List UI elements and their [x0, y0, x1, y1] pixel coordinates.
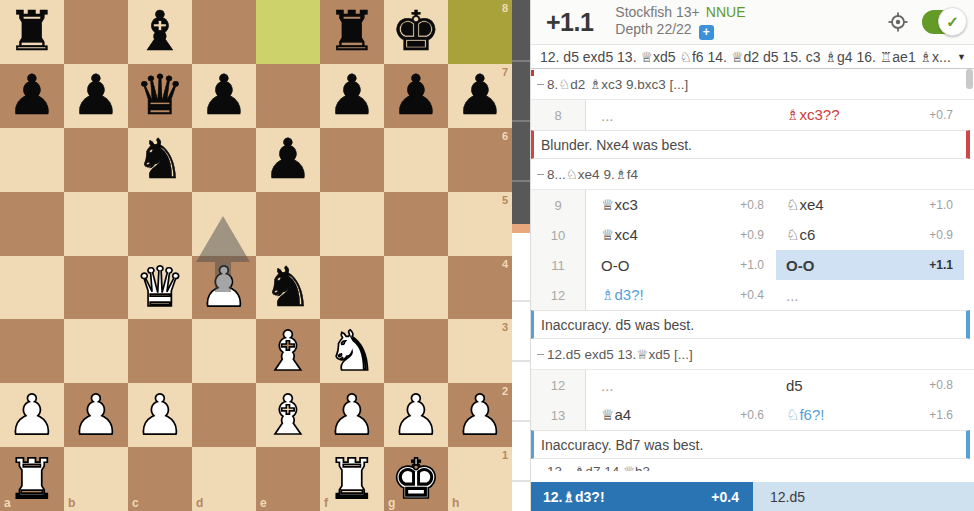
file-label-h: h — [452, 496, 459, 510]
move-row-8: 8 ... ♗xc3?? +0.7 — [531, 100, 974, 130]
add-depth-button[interactable]: + — [699, 25, 714, 40]
rank-label-1: 1 — [502, 449, 508, 461]
pv-moves[interactable]: 12. d5 exd5 13. ♕xd5 ♘f6 14. ♕d2 d5 15. … — [540, 49, 953, 65]
white-move-cell[interactable]: ♕xc3 +0.8 — [586, 190, 776, 220]
blunder-comment: Blunder. Nxe4 was best. — [531, 130, 970, 159]
move-row-12b: 12 ... d5 +0.8 — [531, 370, 974, 400]
white-move-cell[interactable]: ... — [586, 370, 776, 400]
square-d7[interactable]: ♟ — [192, 64, 256, 128]
black-knight[interactable]: ♞ — [135, 132, 184, 187]
white-king[interactable]: ♚ — [391, 452, 440, 507]
square-b4[interactable] — [64, 256, 128, 320]
move-number: 10 — [531, 220, 586, 250]
square-b5[interactable] — [64, 192, 128, 256]
black-pawn[interactable]: ♟ — [71, 68, 120, 123]
rank-label-8: 8 — [502, 2, 508, 14]
square-b7[interactable]: ♟ — [64, 64, 128, 128]
white-move-cell[interactable]: ♕xc4 +0.9 — [586, 220, 776, 250]
white-bishop[interactable]: ♝ — [263, 324, 312, 379]
analysis-panel: +1.1 Stockfish 13+NNUE Depth 22/22+ — [530, 0, 974, 511]
square-d1[interactable]: d — [192, 447, 256, 511]
white-move-cell[interactable]: ♕a4 +0.6 — [586, 400, 776, 430]
square-h3[interactable]: 3 — [448, 319, 512, 383]
engine-pv-line[interactable]: 12. d5 exd5 13. ♕xd5 ♘f6 14. ♕d2 d5 15. … — [531, 45, 974, 69]
black-move-cell-current[interactable]: O-O +1.1 — [776, 250, 964, 280]
black-pawn[interactable]: ♟ — [263, 132, 312, 187]
square-a6[interactable] — [0, 128, 64, 192]
scrollbar-thumb[interactable] — [966, 69, 973, 89]
square-h5[interactable]: 5 — [448, 192, 512, 256]
square-c1[interactable]: c — [128, 447, 192, 511]
square-e1[interactable]: e — [256, 447, 320, 511]
square-f8[interactable]: ♜ — [320, 0, 384, 64]
square-d6[interactable] — [192, 128, 256, 192]
square-g5[interactable] — [384, 192, 448, 256]
file-label-e: e — [260, 496, 267, 510]
move-number: 8 — [531, 100, 586, 130]
move-comparison-bar: 12.♗d3?! +0.4 12.d5 — [531, 482, 974, 511]
pv-expand-icon[interactable]: ▼ — [957, 52, 966, 62]
best-move-button[interactable]: 12.d5 — [753, 482, 974, 511]
move-number: 12 — [531, 280, 586, 310]
black-queen[interactable]: ♛ — [135, 68, 184, 123]
square-a7[interactable]: ♟ — [0, 64, 64, 128]
square-d8[interactable] — [192, 0, 256, 64]
white-pawn[interactable]: ♟ — [71, 388, 120, 443]
move-row-10: 10 ♕xc4 +0.9 ♘c6 +0.9 — [531, 220, 974, 250]
black-move-cell[interactable]: d5 +0.8 — [776, 370, 964, 400]
move-row-9: 9 ♕xc3 +0.8 ♘xe4 +1.0 — [531, 190, 974, 220]
square-d3[interactable] — [192, 319, 256, 383]
white-move-cell[interactable]: ... — [586, 100, 776, 130]
move-number: 12 — [531, 370, 586, 400]
white-pawn[interactable]: ♟ — [327, 388, 376, 443]
black-pawn[interactable]: ♟ — [7, 68, 56, 123]
move-list: 8.♘d2 ♗xc3 9.bxc3 [...] 8 ... ♗xc3?? +0.… — [531, 69, 974, 482]
square-c7[interactable]: ♛ — [128, 64, 192, 128]
square-d4[interactable]: ♟ — [192, 256, 256, 320]
file-label-b: b — [68, 496, 75, 510]
black-move-cell[interactable]: ... — [776, 280, 964, 310]
square-h4[interactable]: 4 — [448, 256, 512, 320]
square-f4[interactable] — [320, 256, 384, 320]
black-bishop[interactable]: ♝ — [135, 4, 184, 59]
move-number: 9 — [531, 190, 586, 220]
square-c8[interactable]: ♝ — [128, 0, 192, 64]
white-pawn[interactable]: ♟ — [391, 388, 440, 443]
white-pawn[interactable]: ♟ — [7, 388, 56, 443]
square-d2[interactable] — [192, 383, 256, 447]
white-queen[interactable]: ♛ — [135, 260, 184, 315]
square-c4[interactable]: ♛ — [128, 256, 192, 320]
rank-label-4: 4 — [502, 258, 508, 270]
square-f2[interactable]: ♟ — [320, 383, 384, 447]
square-e6[interactable]: ♟ — [256, 128, 320, 192]
black-move-cell[interactable]: ♘c6 +0.9 — [776, 220, 964, 250]
eval-gauge-zero-tick — [512, 224, 530, 233]
engine-toggle[interactable]: ✓ — [922, 10, 964, 34]
engine-depth: Depth 22/22 — [615, 21, 691, 37]
square-e5[interactable] — [256, 192, 320, 256]
move-number: 13 — [531, 400, 586, 430]
black-pawn[interactable]: ♟ — [199, 68, 248, 123]
square-e4[interactable]: ♞ — [256, 256, 320, 320]
square-h6[interactable]: 6 — [448, 128, 512, 192]
square-g8[interactable]: ♚ — [384, 0, 448, 64]
square-a5[interactable] — [0, 192, 64, 256]
black-move-cell[interactable]: ♘xe4 +1.0 — [776, 190, 964, 220]
square-c5[interactable] — [128, 192, 192, 256]
engine-eval: +1.1 — [546, 8, 593, 37]
black-pawn[interactable]: ♟ — [391, 68, 440, 123]
square-g4[interactable] — [384, 256, 448, 320]
move-row-11: 11 O-O +1.0 O-O +1.1 — [531, 250, 974, 280]
white-bishop[interactable]: ♝ — [263, 388, 312, 443]
square-f5[interactable] — [320, 192, 384, 256]
rank-label-3: 3 — [502, 321, 508, 333]
square-b1[interactable]: b — [64, 447, 128, 511]
file-label-c: c — [132, 496, 139, 510]
square-e2[interactable]: ♝ — [256, 383, 320, 447]
white-pawn[interactable]: ♟ — [135, 388, 184, 443]
square-h1[interactable]: 1h — [448, 447, 512, 511]
black-knight[interactable]: ♞ — [263, 260, 312, 315]
square-g6[interactable] — [384, 128, 448, 192]
white-rook[interactable]: ♜ — [7, 452, 56, 507]
square-f1[interactable]: ♜f — [320, 447, 384, 511]
white-move-cell[interactable]: O-O +1.0 — [586, 250, 776, 280]
black-pawn[interactable]: ♟ — [327, 68, 376, 123]
played-move-button[interactable]: 12.♗d3?! +0.4 — [531, 482, 753, 511]
white-pawn[interactable]: ♟ — [199, 260, 248, 315]
square-g3[interactable] — [384, 319, 448, 383]
square-b6[interactable] — [64, 128, 128, 192]
variation-line[interactable]: 12.d5 exd5 13.♕xd5 [...] — [531, 339, 974, 370]
square-a4[interactable] — [0, 256, 64, 320]
chess-board: ♜♝♜♚8♟♟♛♟♟♟♟7♞♟65♛♟♞4♝♞3♟♟♟♝♟♟♟2♜abcde♜f… — [0, 0, 512, 511]
square-h8[interactable]: 8 — [448, 0, 512, 64]
square-c6[interactable]: ♞ — [128, 128, 192, 192]
white-knight[interactable]: ♞ — [327, 324, 376, 379]
square-b2[interactable]: ♟ — [64, 383, 128, 447]
square-g2[interactable]: ♟ — [384, 383, 448, 447]
inaccuracy-comment: Inaccuracy. d5 was best. — [531, 310, 970, 339]
square-h7[interactable]: ♟7 — [448, 64, 512, 128]
move-row-12: 12 ♗d3?! +0.4 ... — [531, 280, 974, 310]
file-label-d: d — [196, 496, 203, 510]
square-g1[interactable]: ♚g — [384, 447, 448, 511]
white-pawn[interactable]: ♟ — [455, 388, 504, 443]
black-pawn[interactable]: ♟ — [455, 68, 504, 123]
square-d5[interactable] — [192, 192, 256, 256]
move-row-13: 13 ♕a4 +0.6 ♘f6?! +1.6 — [531, 400, 974, 430]
eval-gauge — [512, 0, 530, 511]
square-f7[interactable]: ♟ — [320, 64, 384, 128]
practice-target-icon[interactable] — [888, 12, 908, 32]
white-move-cell[interactable]: ♗d3?! +0.4 — [586, 280, 776, 310]
variation-line[interactable]: 8...♘xe4 9.♗f4 — [531, 159, 974, 190]
square-e8[interactable] — [256, 0, 320, 64]
engine-nnue-badge: NNUE — [706, 4, 746, 20]
black-rook[interactable]: ♜ — [327, 4, 376, 59]
square-a2[interactable]: ♟ — [0, 383, 64, 447]
engine-name: Stockfish 13+ — [615, 4, 699, 20]
square-b8[interactable] — [64, 0, 128, 64]
engine-meta: Stockfish 13+NNUE Depth 22/22+ — [615, 4, 745, 40]
blunder-notch — [531, 70, 534, 76]
black-move-cell[interactable]: ♗xc3?? +0.7 — [776, 100, 964, 130]
engine-toggle-check-icon: ✓ — [938, 7, 967, 36]
variation-line[interactable]: 8.♘d2 ♗xc3 9.bxc3 [...] — [531, 69, 974, 100]
rank-label-6: 6 — [502, 130, 508, 142]
square-c3[interactable] — [128, 319, 192, 383]
black-rook[interactable]: ♜ — [7, 4, 56, 59]
square-b3[interactable] — [64, 319, 128, 383]
square-f6[interactable] — [320, 128, 384, 192]
square-a1[interactable]: ♜a — [0, 447, 64, 511]
square-e3[interactable]: ♝ — [256, 319, 320, 383]
square-a3[interactable] — [0, 319, 64, 383]
move-number: 11 — [531, 250, 586, 280]
square-c2[interactable]: ♟ — [128, 383, 192, 447]
variation-line-clipped[interactable]: 13...♗d7 14.♕b3 — [531, 459, 974, 471]
square-e7[interactable] — [256, 64, 320, 128]
inaccuracy-comment: Inaccuracy. Bd7 was best. — [531, 430, 970, 459]
rank-label-5: 5 — [502, 194, 508, 206]
eval-gauge-black-portion — [512, 0, 530, 224]
square-h2[interactable]: ♟2 — [448, 383, 512, 447]
square-g7[interactable]: ♟ — [384, 64, 448, 128]
black-move-cell[interactable]: ♘f6?! +1.6 — [776, 400, 964, 430]
engine-header: +1.1 Stockfish 13+NNUE Depth 22/22+ — [531, 0, 974, 45]
white-rook[interactable]: ♜ — [327, 452, 376, 507]
analysis-app: ♜♝♜♚8♟♟♛♟♟♟♟7♞♟65♛♟♞4♝♞3♟♟♟♝♟♟♟2♜abcde♜f… — [0, 0, 974, 511]
square-a8[interactable]: ♜ — [0, 0, 64, 64]
black-king[interactable]: ♚ — [391, 4, 440, 59]
square-f3[interactable]: ♞ — [320, 319, 384, 383]
